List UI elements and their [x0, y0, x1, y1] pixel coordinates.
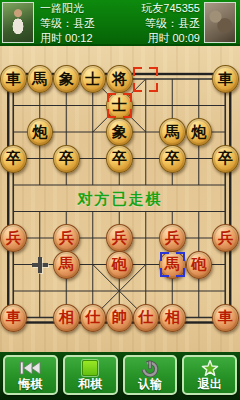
last-move-marker: [133, 67, 158, 92]
exit-button[interactable]: 退出: [182, 355, 237, 395]
piece-red-兵[interactable]: 兵: [212, 224, 239, 252]
piece-red-兵[interactable]: 兵: [0, 224, 27, 252]
rewind-icon: [18, 360, 42, 377]
undo-label: 悔棋: [18, 378, 42, 391]
left-player-name: 一路阳光: [40, 2, 84, 14]
piece-black-炮[interactable]: 炮: [27, 118, 54, 146]
piece-black-炮[interactable]: 炮: [186, 118, 213, 146]
resign-button[interactable]: 认输: [123, 355, 178, 395]
piece-black-士[interactable]: 士: [80, 65, 107, 93]
draw-label: 和棋: [78, 378, 102, 391]
selection-marker: [160, 252, 185, 277]
right-player-avatar[interactable]: [204, 2, 236, 43]
piece-red-車[interactable]: 車: [212, 304, 239, 332]
piece-red-砲[interactable]: 砲: [106, 251, 133, 279]
left-player-info: 一路阳光 等级：县丞 用时 00:12: [40, 1, 95, 45]
piece-red-相[interactable]: 相: [53, 304, 80, 332]
right-player-info: 玩友745355 等级：县丞 用时 00:09: [141, 1, 200, 45]
piece-black-卒[interactable]: 卒: [53, 145, 80, 173]
undo-button[interactable]: 悔棋: [3, 355, 58, 395]
piece-red-車[interactable]: 車: [0, 304, 27, 332]
piece-red-兵[interactable]: 兵: [53, 224, 80, 252]
piece-black-卒[interactable]: 卒: [212, 145, 239, 173]
piece-black-卒[interactable]: 卒: [106, 145, 133, 173]
last-move-marker: [107, 93, 132, 118]
piece-red-仕[interactable]: 仕: [80, 304, 107, 332]
piece-black-車[interactable]: 車: [0, 65, 27, 93]
piece-red-兵[interactable]: 兵: [106, 224, 133, 252]
left-player-level: 等级：县丞: [40, 17, 95, 29]
green-square-icon: [82, 360, 98, 377]
action-bar: 悔棋 和棋 认输: [0, 352, 240, 400]
piece-black-車[interactable]: 車: [212, 65, 239, 93]
piece-red-相[interactable]: 相: [159, 304, 186, 332]
xiangqi-app: 一路阳光 等级：县丞 用时 00:12 玩友745355 等级：县丞 用时 00…: [0, 0, 240, 400]
piece-black-卒[interactable]: 卒: [159, 145, 186, 173]
right-player-name: 玩友745355: [141, 2, 200, 14]
left-player-avatar[interactable]: [2, 2, 34, 43]
board-grid[interactable]: 車馬象士将車士炮象馬炮卒卒卒卒卒兵兵兵兵兵馬砲馬砲車相仕帥仕相車: [0, 66, 239, 331]
piece-black-馬[interactable]: 馬: [159, 118, 186, 146]
right-player-time: 用时 00:09: [147, 32, 200, 44]
piece-black-馬[interactable]: 馬: [27, 65, 54, 93]
resign-label: 认输: [138, 378, 162, 391]
right-player-level: 等级：县丞: [145, 17, 200, 29]
piece-black-象[interactable]: 象: [53, 65, 80, 93]
star-icon: [198, 360, 222, 377]
exit-label: 退出: [198, 378, 222, 391]
xiangqi-board: 对方已走棋 車馬象士将車士炮象馬炮卒卒卒卒卒兵兵兵兵兵馬砲馬砲車相仕帥仕相車: [0, 46, 240, 352]
draw-button[interactable]: 和棋: [63, 355, 118, 395]
piece-red-兵[interactable]: 兵: [159, 224, 186, 252]
piece-black-将[interactable]: 将: [106, 65, 133, 93]
piece-red-砲[interactable]: 砲: [186, 251, 213, 279]
power-icon: [140, 360, 160, 377]
piece-red-帥[interactable]: 帥: [106, 304, 133, 332]
cursor-cross-marker: [32, 257, 48, 273]
player-bar: 一路阳光 等级：县丞 用时 00:12 玩友745355 等级：县丞 用时 00…: [0, 0, 240, 46]
piece-red-馬[interactable]: 馬: [53, 251, 80, 279]
piece-red-仕[interactable]: 仕: [133, 304, 160, 332]
piece-black-卒[interactable]: 卒: [0, 145, 27, 173]
left-player-time: 用时 00:12: [40, 32, 93, 44]
piece-black-象[interactable]: 象: [106, 118, 133, 146]
